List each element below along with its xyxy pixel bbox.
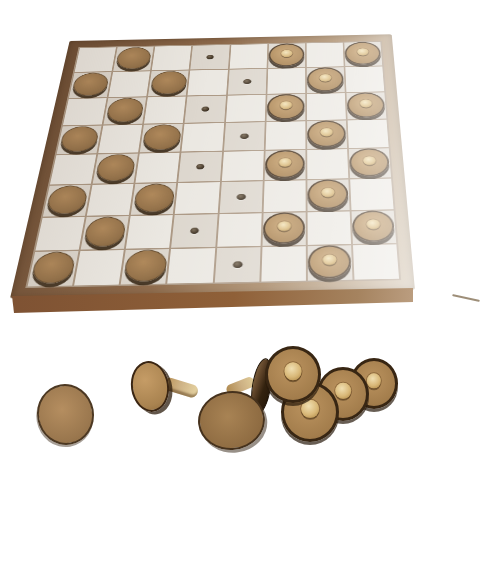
piece-peg-disc: [267, 94, 305, 120]
square-r7c2: [81, 216, 129, 249]
square-r7c7: [307, 211, 351, 244]
square-r2c2: [109, 71, 151, 97]
square-r8c8: [353, 244, 399, 279]
square-r1c1: [75, 47, 116, 72]
square-r1c2: [113, 47, 153, 72]
square-r5c8: [349, 148, 391, 178]
square-r1c7: [306, 43, 343, 67]
piece-plain-disc: [142, 124, 182, 150]
piece-plain-disc: [83, 216, 127, 247]
square-r7c8: [351, 211, 396, 244]
square-r6c3: [131, 183, 177, 215]
peg-knob: [323, 254, 336, 264]
square-r8c7: [307, 245, 352, 280]
piece-plain-disc: [30, 251, 77, 284]
square-r4c1: [57, 126, 102, 154]
piece-peg-disc: [308, 245, 351, 279]
square-r2c4: [188, 70, 228, 96]
piece-peg-disc: [307, 67, 344, 92]
peg-hole: [233, 261, 243, 268]
square-r3c4: [185, 96, 226, 123]
square-r4c5: [224, 122, 265, 150]
piece-plain-disc: [115, 47, 152, 70]
piece-plain-disc: [45, 185, 89, 214]
square-r6c6: [263, 180, 305, 212]
square-r1c4: [191, 45, 230, 69]
square-r6c2: [87, 184, 134, 216]
piece-peg-disc: [265, 149, 305, 178]
checkers-board-tray: [10, 34, 415, 298]
square-r3c6: [266, 94, 305, 121]
square-r5c1: [50, 154, 96, 184]
square-r8c1: [28, 251, 79, 286]
square-r7c5: [217, 213, 262, 246]
piece-peg-disc: [349, 148, 390, 177]
peg-knob: [367, 219, 380, 229]
square-r6c1: [43, 185, 91, 217]
peg-hole: [237, 194, 246, 201]
square-r4c4: [182, 123, 224, 151]
square-r4c8: [348, 120, 389, 148]
loose-peg-disc-tilted: [128, 359, 173, 415]
peg-knob: [321, 128, 333, 136]
square-r7c4: [171, 214, 217, 247]
peg-hole: [196, 163, 205, 169]
piece-peg-disc: [345, 41, 382, 65]
stray-fiber-artifact: [452, 294, 480, 302]
peg-knob: [280, 101, 292, 109]
piece-plain-disc: [123, 249, 168, 282]
square-r2c8: [345, 66, 384, 92]
square-r3c1: [63, 98, 107, 125]
square-r1c5: [229, 44, 267, 68]
peg-knob: [367, 373, 381, 388]
square-r7c3: [126, 215, 173, 248]
square-r7c6: [262, 212, 305, 245]
square-r6c8: [350, 179, 394, 211]
square-r3c5: [226, 95, 266, 122]
square-r5c5: [221, 151, 263, 181]
square-r6c7: [307, 179, 349, 211]
peg-knob: [360, 99, 372, 107]
square-r3c7: [307, 93, 346, 120]
peg-knob: [281, 50, 292, 57]
piece-plain-disc: [133, 183, 175, 212]
square-r2c5: [227, 69, 266, 95]
square-r8c5: [214, 247, 260, 282]
square-r4c6: [265, 121, 305, 149]
loose-plain-disc: [32, 380, 99, 450]
square-r2c6: [267, 68, 305, 94]
square-r4c2: [98, 125, 142, 153]
piece-plain-disc: [71, 72, 110, 96]
piece-plain-disc: [59, 126, 101, 152]
square-r3c8: [346, 92, 386, 119]
loose-peg-disc: [265, 346, 321, 403]
square-r5c6: [264, 150, 305, 180]
square-r6c4: [175, 182, 219, 214]
peg-knob: [320, 74, 331, 82]
piece-peg-disc: [352, 210, 395, 242]
square-r8c6: [261, 246, 306, 281]
peg-knob: [279, 158, 291, 167]
piece-peg-disc: [308, 179, 349, 209]
square-r2c7: [307, 67, 345, 93]
square-r3c2: [104, 97, 147, 124]
square-r8c3: [121, 249, 169, 284]
square-r1c3: [152, 46, 192, 70]
square-r5c4: [179, 152, 222, 182]
board-grid: [25, 41, 401, 288]
peg-knob: [322, 188, 335, 197]
peg-knob: [301, 400, 319, 418]
peg-hole: [240, 133, 249, 139]
piece-plain-disc: [150, 71, 188, 95]
piece-plain-disc: [95, 154, 137, 182]
peg-hole: [243, 79, 251, 84]
peg-hole: [190, 227, 200, 234]
square-r8c2: [74, 250, 124, 285]
square-r5c7: [307, 149, 348, 179]
peg-knob: [357, 48, 368, 55]
square-r1c8: [344, 42, 382, 66]
square-r5c2: [93, 154, 138, 184]
piece-peg-disc: [263, 212, 305, 244]
square-r2c3: [148, 71, 189, 97]
piece-peg-disc: [347, 92, 386, 118]
peg-knob: [335, 383, 351, 399]
piece-peg-disc: [269, 43, 305, 67]
peg-knob: [278, 221, 291, 231]
product-photo-scene: [0, 0, 480, 576]
peg-knob: [285, 363, 302, 380]
piece-peg-disc: [307, 120, 346, 147]
square-r4c3: [140, 124, 183, 152]
square-r1c6: [268, 43, 305, 67]
square-r2c1: [69, 72, 112, 98]
square-r5c3: [136, 153, 180, 183]
peg-hole: [201, 106, 210, 112]
square-r7c1: [35, 217, 84, 250]
square-r8c4: [168, 248, 215, 283]
square-r6c5: [219, 181, 262, 213]
peg-knob: [363, 156, 376, 165]
peg-hole: [206, 55, 214, 60]
square-r3c3: [144, 97, 186, 124]
square-r4c7: [307, 120, 347, 148]
piece-plain-disc: [105, 97, 144, 122]
